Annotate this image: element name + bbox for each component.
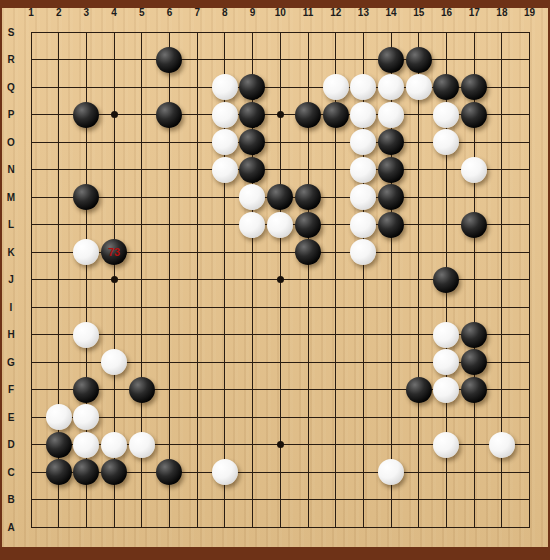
white-stone: [461, 157, 487, 183]
white-stone: [323, 74, 349, 100]
white-stone: [433, 349, 459, 375]
black-stone: [323, 102, 349, 128]
white-stone: [101, 432, 127, 458]
white-stone: [73, 404, 99, 430]
white-stone: [73, 432, 99, 458]
black-stone: [295, 102, 321, 128]
white-stone: [212, 129, 238, 155]
white-stone: [212, 157, 238, 183]
white-stone: [73, 322, 99, 348]
white-stone: [212, 102, 238, 128]
white-stone: [239, 212, 265, 238]
white-stone: [433, 432, 459, 458]
white-stone: [101, 349, 127, 375]
star-point: [277, 441, 284, 448]
white-stone: [489, 432, 515, 458]
black-stone: [101, 459, 127, 485]
white-stone: [350, 157, 376, 183]
app-background: 12345678910111213141516171819 SRQPONMLKJ…: [0, 0, 550, 560]
black-stone: [295, 184, 321, 210]
star-point: [111, 276, 118, 283]
white-stone: [378, 102, 404, 128]
white-stone: [267, 212, 293, 238]
white-stone: [350, 239, 376, 265]
black-stone: [239, 157, 265, 183]
black-stone: [461, 102, 487, 128]
white-stone: [350, 184, 376, 210]
black-stone: [239, 129, 265, 155]
white-stone: [433, 377, 459, 403]
black-stone: [239, 74, 265, 100]
black-stone: [239, 102, 265, 128]
black-stone: [378, 212, 404, 238]
white-stone: [350, 102, 376, 128]
black-stone: [461, 74, 487, 100]
star-point: [111, 111, 118, 118]
white-stone: [433, 322, 459, 348]
star-point: [277, 111, 284, 118]
white-stone: [350, 74, 376, 100]
black-stone: [461, 349, 487, 375]
white-stone: [433, 129, 459, 155]
black-stone: [378, 47, 404, 73]
black-stone: [295, 212, 321, 238]
white-stone: [406, 74, 432, 100]
white-stone: [350, 212, 376, 238]
white-stone: [239, 184, 265, 210]
black-stone: [129, 377, 155, 403]
white-stone: [212, 459, 238, 485]
white-stone: [129, 432, 155, 458]
white-stone: [46, 404, 72, 430]
white-stone: [378, 74, 404, 100]
black-stone: [378, 157, 404, 183]
black-stone: [156, 102, 182, 128]
black-stone: [73, 377, 99, 403]
black-stone: [461, 377, 487, 403]
black-stone: [406, 47, 432, 73]
black-stone: [406, 377, 432, 403]
go-board[interactable]: 73: [17, 18, 543, 541]
black-stone: [378, 129, 404, 155]
black-stone: [295, 239, 321, 265]
white-stone: [212, 74, 238, 100]
black-stone: [433, 74, 459, 100]
black-stone: [461, 322, 487, 348]
white-stone: [378, 459, 404, 485]
white-stone: [433, 102, 459, 128]
black-stone: [156, 47, 182, 73]
black-stone: 73: [101, 239, 127, 265]
black-stone: [73, 102, 99, 128]
black-stone: [73, 459, 99, 485]
black-stone: [433, 267, 459, 293]
white-stone: [73, 239, 99, 265]
black-stone: [461, 212, 487, 238]
black-stone: [267, 184, 293, 210]
star-point: [277, 276, 284, 283]
black-stone: [378, 184, 404, 210]
move-number-label: 73: [101, 239, 127, 265]
black-stone: [46, 459, 72, 485]
black-stone: [46, 432, 72, 458]
black-stone: [73, 184, 99, 210]
black-stone: [156, 459, 182, 485]
white-stone: [350, 129, 376, 155]
